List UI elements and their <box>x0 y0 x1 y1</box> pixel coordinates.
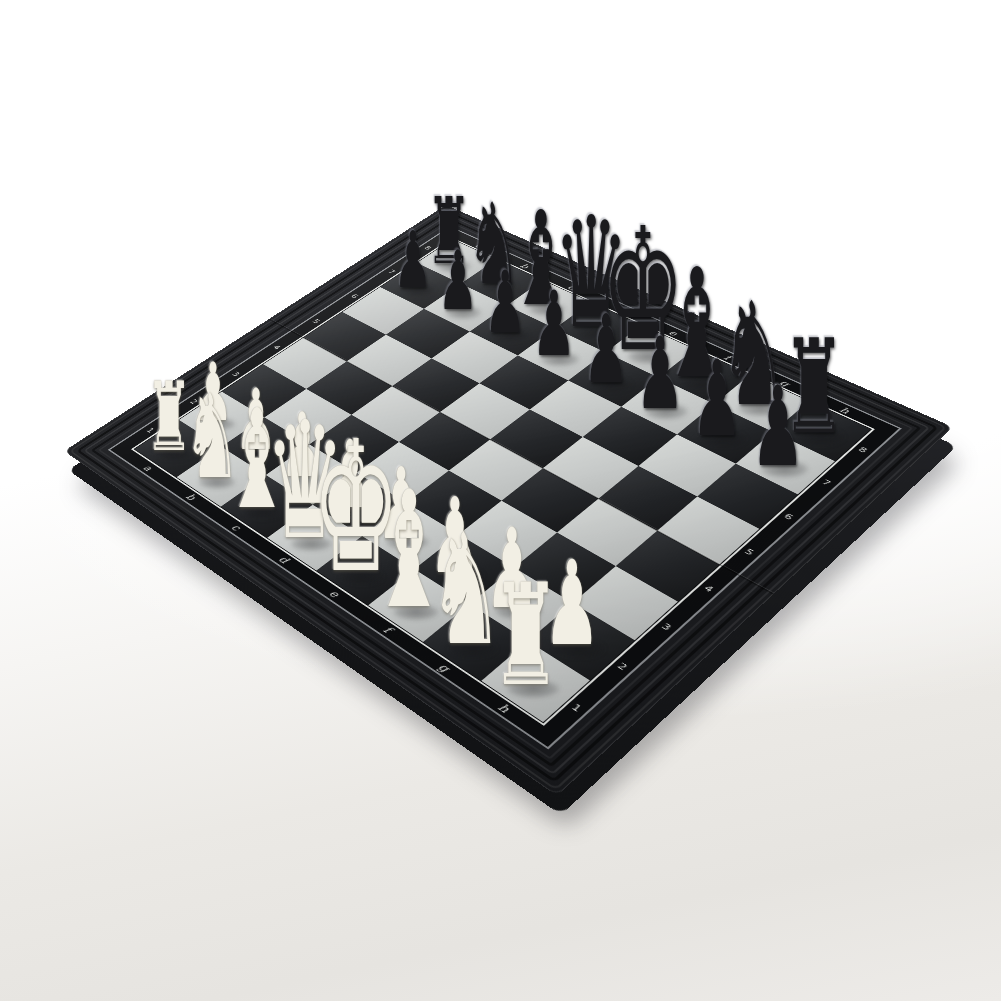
piece-black-pawn-b7: ♟ <box>438 240 478 322</box>
piece-black-pawn-g7: ♟ <box>692 347 744 452</box>
piece-black-pawn-a7: ♟ <box>394 222 432 300</box>
piece-black-pawn-d7: ♟ <box>532 280 576 370</box>
chess-set-photo: aabbccddeeffgghh8877665544332211 ♜♞♝♛♚♝♞… <box>0 0 1001 1001</box>
piece-black-pawn-h7: ♟ <box>750 372 804 482</box>
pieces-layer: ♜♞♝♛♚♝♞♜♟♟♟♟♟♟♟♟♟♟♟♟♟♟♟♟♜♞♝♛♚♝♞♜ <box>0 0 1001 1001</box>
piece-black-pawn-c7: ♟ <box>484 260 526 346</box>
piece-black-pawn-f7: ♟ <box>636 324 685 423</box>
piece-black-pawn-e7: ♟ <box>582 302 629 396</box>
piece-white-rook-h1: ♜ <box>491 565 560 706</box>
